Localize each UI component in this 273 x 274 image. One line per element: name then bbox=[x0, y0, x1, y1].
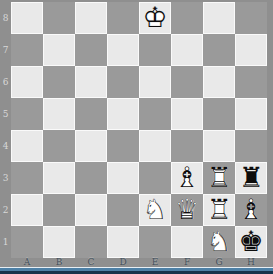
square-c6[interactable] bbox=[75, 66, 107, 98]
square-d3[interactable] bbox=[107, 162, 139, 194]
square-h4[interactable] bbox=[235, 130, 267, 162]
rank-label-8: 8 bbox=[0, 2, 11, 34]
file-label-e: E bbox=[139, 257, 171, 267]
square-f7[interactable] bbox=[171, 34, 203, 66]
square-a5[interactable] bbox=[11, 98, 43, 130]
piece-white-knight[interactable]: ♞♘ bbox=[203, 226, 235, 258]
white-piece-outline: ♘ bbox=[139, 194, 171, 226]
chess-app-window: 87654321 ♚♔♝♗♜♖♜♞♘♛♕♜♖♝♗♞♘♚ ABCDEFGH bbox=[0, 0, 273, 274]
square-b4[interactable] bbox=[43, 130, 75, 162]
rank-label-1: 1 bbox=[0, 226, 11, 258]
rank-labels: 87654321 bbox=[0, 2, 11, 258]
square-b6[interactable] bbox=[43, 66, 75, 98]
square-a8[interactable] bbox=[11, 2, 43, 34]
square-d1[interactable] bbox=[107, 226, 139, 258]
square-f4[interactable] bbox=[171, 130, 203, 162]
square-d7[interactable] bbox=[107, 34, 139, 66]
square-e6[interactable] bbox=[139, 66, 171, 98]
square-e3[interactable] bbox=[139, 162, 171, 194]
square-g4[interactable] bbox=[203, 130, 235, 162]
square-f2[interactable]: ♛♕ bbox=[171, 194, 203, 226]
rank-label-6: 6 bbox=[0, 66, 11, 98]
square-c5[interactable] bbox=[75, 98, 107, 130]
white-piece-outline: ♕ bbox=[171, 194, 203, 226]
piece-white-bishop[interactable]: ♝♗ bbox=[171, 162, 203, 194]
square-e5[interactable] bbox=[139, 98, 171, 130]
white-piece-outline: ♘ bbox=[203, 226, 235, 258]
white-piece-outline: ♖ bbox=[203, 194, 235, 226]
square-f8[interactable] bbox=[171, 2, 203, 34]
white-piece-outline: ♗ bbox=[235, 194, 267, 226]
file-label-a: A bbox=[11, 257, 43, 267]
file-label-b: B bbox=[43, 257, 75, 267]
rank-label-4: 4 bbox=[0, 130, 11, 162]
file-label-f: F bbox=[171, 257, 203, 267]
black-piece-glyph: ♜ bbox=[235, 162, 267, 194]
square-a6[interactable] bbox=[11, 66, 43, 98]
square-f1[interactable] bbox=[171, 226, 203, 258]
square-f5[interactable] bbox=[171, 98, 203, 130]
square-b2[interactable] bbox=[43, 194, 75, 226]
square-c8[interactable] bbox=[75, 2, 107, 34]
square-a7[interactable] bbox=[11, 34, 43, 66]
square-d2[interactable] bbox=[107, 194, 139, 226]
square-h8[interactable] bbox=[235, 2, 267, 34]
piece-white-king[interactable]: ♚♔ bbox=[139, 2, 171, 34]
square-e4[interactable] bbox=[139, 130, 171, 162]
white-piece-outline: ♖ bbox=[203, 162, 235, 194]
square-h6[interactable] bbox=[235, 66, 267, 98]
file-label-d: D bbox=[107, 257, 139, 267]
square-b8[interactable] bbox=[43, 2, 75, 34]
rank-label-7: 7 bbox=[0, 34, 11, 66]
square-e8[interactable]: ♚♔ bbox=[139, 2, 171, 34]
piece-white-rook[interactable]: ♜♖ bbox=[203, 162, 235, 194]
white-piece-outline: ♗ bbox=[171, 162, 203, 194]
square-e2[interactable]: ♞♘ bbox=[139, 194, 171, 226]
square-d6[interactable] bbox=[107, 66, 139, 98]
square-g7[interactable] bbox=[203, 34, 235, 66]
square-h3[interactable]: ♜ bbox=[235, 162, 267, 194]
rank-label-2: 2 bbox=[0, 194, 11, 226]
file-label-c: C bbox=[75, 257, 107, 267]
square-e7[interactable] bbox=[139, 34, 171, 66]
piece-white-rook[interactable]: ♜♖ bbox=[203, 194, 235, 226]
piece-black-king[interactable]: ♚ bbox=[235, 226, 267, 258]
piece-white-knight[interactable]: ♞♘ bbox=[139, 194, 171, 226]
square-a4[interactable] bbox=[11, 130, 43, 162]
square-c2[interactable] bbox=[75, 194, 107, 226]
square-a3[interactable] bbox=[11, 162, 43, 194]
square-b5[interactable] bbox=[43, 98, 75, 130]
square-c4[interactable] bbox=[75, 130, 107, 162]
file-label-g: G bbox=[203, 257, 235, 267]
white-piece-outline: ♔ bbox=[139, 2, 171, 34]
square-d8[interactable] bbox=[107, 2, 139, 34]
square-f3[interactable]: ♝♗ bbox=[171, 162, 203, 194]
square-h2[interactable]: ♝♗ bbox=[235, 194, 267, 226]
piece-white-queen[interactable]: ♛♕ bbox=[171, 194, 203, 226]
black-piece-glyph: ♚ bbox=[235, 226, 267, 258]
square-h7[interactable] bbox=[235, 34, 267, 66]
square-c7[interactable] bbox=[75, 34, 107, 66]
square-f6[interactable] bbox=[171, 66, 203, 98]
square-d5[interactable] bbox=[107, 98, 139, 130]
square-g6[interactable] bbox=[203, 66, 235, 98]
square-e1[interactable] bbox=[139, 226, 171, 258]
square-a2[interactable] bbox=[11, 194, 43, 226]
square-c3[interactable] bbox=[75, 162, 107, 194]
square-g8[interactable] bbox=[203, 2, 235, 34]
square-a1[interactable] bbox=[11, 226, 43, 258]
file-label-h: H bbox=[235, 257, 267, 267]
square-g2[interactable]: ♜♖ bbox=[203, 194, 235, 226]
bottom-window-edge bbox=[0, 267, 273, 274]
square-c1[interactable] bbox=[75, 226, 107, 258]
piece-black-rook[interactable]: ♜ bbox=[235, 162, 267, 194]
square-h5[interactable] bbox=[235, 98, 267, 130]
file-labels: ABCDEFGH bbox=[11, 257, 267, 267]
chess-board: ♚♔♝♗♜♖♜♞♘♛♕♜♖♝♗♞♘♚ bbox=[11, 2, 267, 258]
square-d4[interactable] bbox=[107, 130, 139, 162]
square-b7[interactable] bbox=[43, 34, 75, 66]
square-g1[interactable]: ♞♘ bbox=[203, 226, 235, 258]
square-b1[interactable] bbox=[43, 226, 75, 258]
piece-white-bishop[interactable]: ♝♗ bbox=[235, 194, 267, 226]
square-g3[interactable]: ♜♖ bbox=[203, 162, 235, 194]
rank-label-5: 5 bbox=[0, 98, 11, 130]
square-g5[interactable] bbox=[203, 98, 235, 130]
square-b3[interactable] bbox=[43, 162, 75, 194]
rank-label-3: 3 bbox=[0, 162, 11, 194]
square-h1[interactable]: ♚ bbox=[235, 226, 267, 258]
